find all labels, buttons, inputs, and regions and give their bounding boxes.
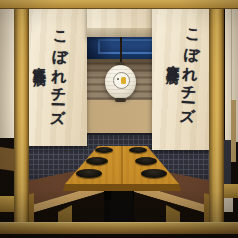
place-setting-back-left [95, 147, 113, 153]
adjacent-wood-left [0, 147, 14, 171]
place-setting-back-right [129, 147, 147, 153]
place-setting-mid-left [86, 157, 108, 165]
paper-lantern [105, 62, 136, 103]
izakaya-booth-photo: こぼれチーズ 麻婆豆腐 こぼれチーズ 麻婆豆腐 [0, 0, 238, 238]
floor-edge-shadow [0, 234, 238, 238]
noren-right: こぼれチーズ 麻婆豆腐 [152, 4, 213, 150]
adjacent-light-panel-right [224, 198, 233, 212]
noren-left: こぼれチーズ 麻婆豆腐 [27, 4, 87, 146]
adjacent-tile-right [224, 140, 231, 186]
lantern-bottom-cap [115, 98, 126, 102]
wood-post-left [14, 0, 29, 238]
adjacent-plaster-right [231, 100, 236, 162]
place-setting-mid-right [135, 157, 157, 165]
lantern-crest-icon [113, 72, 130, 89]
adjacent-booth-right [222, 0, 238, 238]
wood-post-right [209, 0, 224, 238]
adjacent-rail-right [222, 184, 238, 198]
top-beam [0, 0, 238, 9]
place-setting-front-left [76, 169, 102, 178]
place-setting-front-right [141, 169, 167, 178]
adjacent-noren-left [0, 5, 14, 138]
noren-center-hem [87, 28, 153, 37]
